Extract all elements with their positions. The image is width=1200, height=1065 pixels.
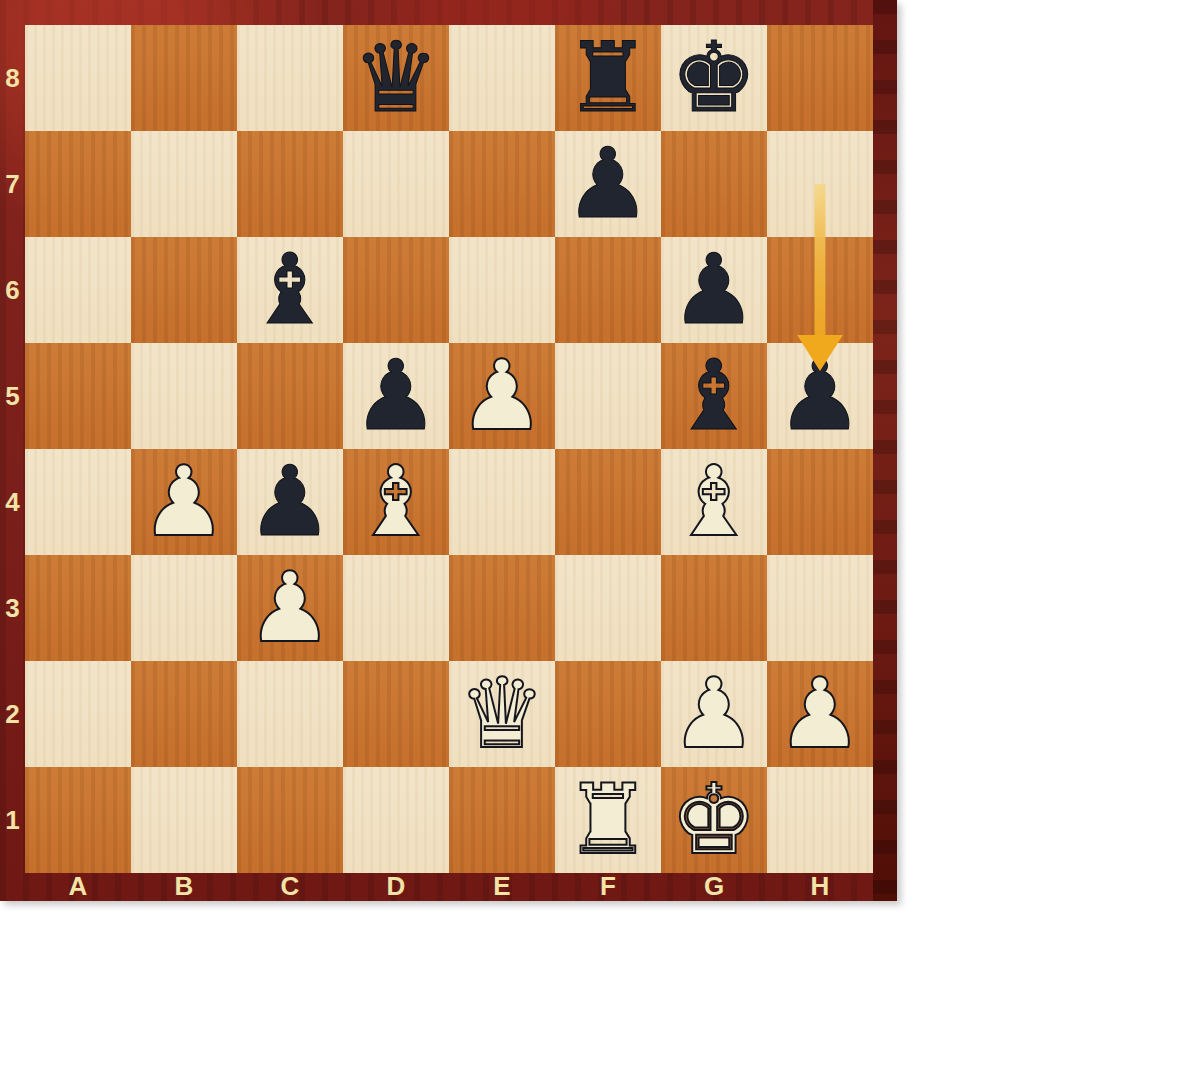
square-e3 [449,555,555,661]
square-f1: ♜ [555,767,661,873]
rank-label-4: 4 [0,449,25,555]
square-c8 [237,25,343,131]
piece-black-king-g8: ♚ [661,25,767,131]
piece-black-queen-d8: ♛ [343,25,449,131]
square-a6 [25,237,131,343]
square-b3 [131,555,237,661]
square-g2: ♟ [661,661,767,767]
piece-white-pawn-g2: ♟ [661,661,767,767]
square-e6 [449,237,555,343]
piece-black-pawn-d5: ♟ [343,343,449,449]
square-a4 [25,449,131,555]
square-d2 [343,661,449,767]
piece-white-pawn-c3: ♟ [237,555,343,661]
square-h4 [767,449,873,555]
square-c1 [237,767,343,873]
piece-white-pawn-h2: ♟ [767,661,873,767]
square-d6 [343,237,449,343]
square-f3 [555,555,661,661]
square-e7 [449,131,555,237]
rank-label-5: 5 [0,343,25,449]
file-label-H: H [767,871,873,901]
square-e5: ♟ [449,343,555,449]
square-h8 [767,25,873,131]
square-c5 [237,343,343,449]
square-c7 [237,131,343,237]
rank-label-8: 8 [0,25,25,131]
square-f2 [555,661,661,767]
square-f7: ♟ [555,131,661,237]
piece-white-king-g1: ♚ [661,767,767,873]
rank-label-7: 7 [0,131,25,237]
piece-black-pawn-h5: ♟ [767,343,873,449]
square-b2 [131,661,237,767]
square-a7 [25,131,131,237]
board-squares-grid: ♛♜♚♟♝♟♟♟♝♟♟♟♝♝♟♛♟♟♜♚ [25,25,873,873]
square-f5 [555,343,661,449]
square-c3: ♟ [237,555,343,661]
square-b1 [131,767,237,873]
piece-white-bishop-d4: ♝ [343,449,449,555]
square-d1 [343,767,449,873]
square-h2: ♟ [767,661,873,767]
chess-board: ♛♜♚♟♝♟♟♟♝♟♟♟♝♝♟♛♟♟♜♚ 87654321ABCDEFGH [0,0,897,901]
file-label-C: C [237,871,343,901]
square-h1 [767,767,873,873]
file-label-G: G [661,871,767,901]
piece-black-bishop-g5: ♝ [661,343,767,449]
piece-black-bishop-c6: ♝ [237,237,343,343]
square-g6: ♟ [661,237,767,343]
piece-white-bishop-g4: ♝ [661,449,767,555]
square-h6 [767,237,873,343]
piece-white-rook-f1: ♜ [555,767,661,873]
piece-black-pawn-g6: ♟ [661,237,767,343]
square-b7 [131,131,237,237]
piece-white-pawn-b4: ♟ [131,449,237,555]
file-label-A: A [25,871,131,901]
square-b6 [131,237,237,343]
file-label-B: B [131,871,237,901]
piece-white-queen-e2: ♛ [449,661,555,767]
file-label-E: E [449,871,555,901]
square-e8 [449,25,555,131]
square-f6 [555,237,661,343]
piece-black-rook-f8: ♜ [555,25,661,131]
square-b5 [131,343,237,449]
square-b4: ♟ [131,449,237,555]
square-f8: ♜ [555,25,661,131]
piece-black-pawn-c4: ♟ [237,449,343,555]
square-d8: ♛ [343,25,449,131]
piece-black-pawn-f7: ♟ [555,131,661,237]
square-a2 [25,661,131,767]
file-label-D: D [343,871,449,901]
rank-label-3: 3 [0,555,25,661]
square-a1 [25,767,131,873]
file-label-F: F [555,871,661,901]
square-a5 [25,343,131,449]
rank-label-1: 1 [0,767,25,873]
square-g1: ♚ [661,767,767,873]
rank-label-2: 2 [0,661,25,767]
square-a3 [25,555,131,661]
piece-white-pawn-e5: ♟ [449,343,555,449]
square-g4: ♝ [661,449,767,555]
board-frame-right-edge [873,0,897,901]
square-h3 [767,555,873,661]
square-d3 [343,555,449,661]
square-b8 [131,25,237,131]
square-h5: ♟ [767,343,873,449]
square-a8 [25,25,131,131]
square-g7 [661,131,767,237]
square-f4 [555,449,661,555]
square-d7 [343,131,449,237]
square-c4: ♟ [237,449,343,555]
square-d4: ♝ [343,449,449,555]
square-e2: ♛ [449,661,555,767]
square-c2 [237,661,343,767]
square-g5: ♝ [661,343,767,449]
square-d5: ♟ [343,343,449,449]
square-e4 [449,449,555,555]
square-g8: ♚ [661,25,767,131]
square-e1 [449,767,555,873]
square-c6: ♝ [237,237,343,343]
square-g3 [661,555,767,661]
square-h7 [767,131,873,237]
rank-label-6: 6 [0,237,25,343]
